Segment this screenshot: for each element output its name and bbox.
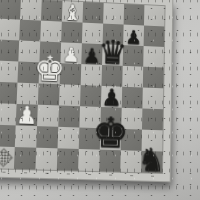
square-d4 <box>59 84 81 106</box>
square-f6 <box>102 44 123 66</box>
square-a6 <box>0 40 19 62</box>
square-d2 <box>58 127 80 149</box>
square-h7 <box>144 26 165 47</box>
square-c7 <box>40 21 62 43</box>
square-f7 <box>103 24 124 46</box>
square-b4 <box>17 83 39 105</box>
frame-mark-bottom <box>2 172 5 173</box>
frame-mark-bottom <box>151 176 154 177</box>
board-grid <box>0 0 165 173</box>
square-a3 <box>0 103 17 125</box>
square-f2 <box>100 128 121 150</box>
square-e1 <box>78 149 100 171</box>
square-f1 <box>99 150 121 172</box>
square-e6 <box>81 43 102 65</box>
frame-mark-bottom <box>88 174 91 175</box>
square-h6 <box>143 46 164 68</box>
square-e7 <box>82 23 103 45</box>
square-c1 <box>35 148 57 170</box>
square-h2 <box>142 130 163 152</box>
maker-logo-icon <box>0 148 13 167</box>
square-d8 <box>62 1 83 23</box>
square-h5 <box>143 67 164 89</box>
square-a8 <box>0 0 21 20</box>
square-a1 <box>0 146 15 168</box>
square-e4 <box>80 85 101 107</box>
square-h1 <box>141 151 162 173</box>
square-f8 <box>103 3 124 24</box>
square-a4 <box>0 82 17 104</box>
square-f3 <box>100 107 121 129</box>
square-g2 <box>121 129 142 151</box>
square-d3 <box>58 105 80 127</box>
square-b8 <box>20 0 42 21</box>
square-g3 <box>121 108 142 130</box>
square-c5 <box>39 62 61 84</box>
square-d1 <box>57 148 79 170</box>
square-a5 <box>0 61 18 83</box>
chess-board-photo: ♝♟♟♟♛♚♟♟♚♞ <box>0 0 200 200</box>
square-d5 <box>60 63 82 85</box>
square-g5 <box>122 66 143 88</box>
frame-mark-bottom <box>45 173 48 174</box>
square-c2 <box>36 126 58 148</box>
square-b5 <box>17 61 39 83</box>
square-g7 <box>123 25 144 46</box>
square-f5 <box>101 65 122 87</box>
square-d6 <box>60 42 81 64</box>
frame-mark-bottom <box>130 175 133 176</box>
square-b2 <box>15 125 37 147</box>
frame-mark-bottom <box>23 172 26 173</box>
square-e8 <box>83 2 104 24</box>
square-b6 <box>18 40 40 62</box>
square-a7 <box>0 19 20 41</box>
square-g8 <box>124 4 145 25</box>
square-c4 <box>38 83 60 105</box>
square-b1 <box>14 147 36 169</box>
square-c8 <box>41 0 63 22</box>
square-b3 <box>16 104 38 126</box>
square-a2 <box>0 125 16 147</box>
square-c3 <box>37 105 59 127</box>
square-b7 <box>19 20 41 42</box>
chess-board: ♝♟♟♟♛♚♟♟♚♞ <box>0 0 173 182</box>
square-h8 <box>144 5 165 26</box>
frame-mark-bottom <box>66 173 69 174</box>
square-g1 <box>120 150 141 172</box>
square-e2 <box>79 128 101 150</box>
square-h3 <box>142 108 163 130</box>
square-g4 <box>122 87 143 109</box>
square-e5 <box>81 64 102 86</box>
square-e3 <box>79 106 101 128</box>
square-h4 <box>142 88 163 110</box>
square-c6 <box>39 41 61 63</box>
square-d7 <box>61 22 82 44</box>
square-f4 <box>101 86 122 108</box>
square-g6 <box>123 45 144 67</box>
frame-mark-bottom <box>109 175 112 176</box>
